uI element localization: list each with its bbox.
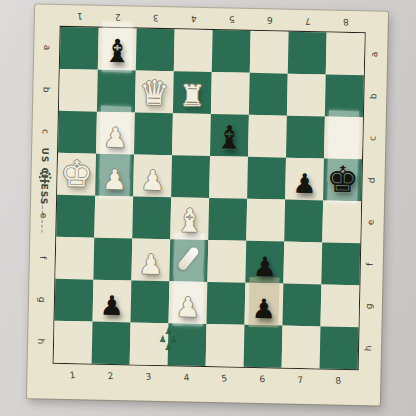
- rank-label-top-5: 5: [225, 13, 240, 26]
- square-c7[interactable]: [286, 116, 325, 159]
- rank-label-bottom-5: 5: [217, 372, 232, 386]
- white-pawn-d3[interactable]: ♟: [133, 166, 172, 194]
- chess-board: ♝♟♛♜♚♟♟♝♝♟♚♟♟♟♟♟: [54, 27, 365, 369]
- square-g8[interactable]: [320, 284, 359, 327]
- file-label-right-c: c: [366, 131, 378, 145]
- file-label-right-d: d: [365, 173, 377, 187]
- square-b5[interactable]: [211, 72, 250, 115]
- black-pawn-f6[interactable]: ♟: [245, 253, 284, 281]
- square-b1[interactable]: [59, 69, 98, 112]
- us-chess-branding: US CHESS: [31, 142, 57, 252]
- white-king-d1[interactable]: ♚: [57, 156, 96, 193]
- file-label-left-a: a: [41, 40, 53, 54]
- black-king-d8[interactable]: ♚: [323, 161, 362, 198]
- square-c3[interactable]: [134, 112, 173, 155]
- file-label-right-g: g: [363, 299, 375, 313]
- black-bishop-c5[interactable]: ♝: [210, 121, 249, 154]
- square-e7[interactable]: [284, 200, 323, 243]
- vinyl-chess-mat: ♝♟♛♜♚♟♟♝♝♟♚♟♟♟♟♟ US CHESS ♟♟ ♟♟ 11223344…: [27, 4, 388, 405]
- rank-label-top-7: 7: [300, 15, 315, 28]
- rank-label-bottom-6: 6: [255, 372, 270, 386]
- file-label-left-b: b: [40, 82, 52, 96]
- square-c1[interactable]: [58, 111, 97, 154]
- square-h5[interactable]: [206, 324, 245, 367]
- square-d6[interactable]: [247, 157, 286, 200]
- rank-label-top-3: 3: [149, 11, 164, 24]
- rank-label-top-2: 2: [111, 11, 126, 24]
- square-a7[interactable]: [288, 32, 327, 75]
- file-label-left-g: g: [36, 292, 48, 306]
- square-g3[interactable]: [131, 280, 170, 323]
- rank-label-bottom-1: 1: [65, 368, 80, 382]
- black-pawn-g2[interactable]: ♟: [93, 292, 132, 320]
- black-pawn-d7[interactable]: ♟: [285, 170, 324, 198]
- rank-label-top-6: 6: [263, 14, 278, 27]
- white-pawn-g4[interactable]: ♟: [169, 293, 208, 321]
- square-e2[interactable]: [94, 196, 133, 239]
- square-h7[interactable]: [282, 326, 321, 369]
- white-pawn-d2[interactable]: ♟: [95, 166, 134, 194]
- square-e6[interactable]: [246, 199, 285, 242]
- square-e8[interactable]: [322, 200, 361, 243]
- rank-label-bottom-7: 7: [293, 373, 308, 387]
- white-pawn-c2[interactable]: ♟: [96, 124, 135, 152]
- file-label-right-e: e: [365, 215, 377, 229]
- rank-label-top-4: 4: [187, 12, 202, 25]
- square-a3[interactable]: [136, 28, 175, 71]
- black-bishop-a2[interactable]: ♝: [98, 35, 137, 68]
- rank-label-top-1: 1: [73, 10, 88, 23]
- square-h2[interactable]: [92, 322, 131, 365]
- square-f1[interactable]: [55, 237, 94, 280]
- square-d5[interactable]: [209, 156, 248, 199]
- square-h6[interactable]: [244, 325, 283, 368]
- square-g5[interactable]: [207, 282, 246, 325]
- file-label-right-a: a: [368, 47, 380, 61]
- file-label-left-e: e: [38, 208, 50, 222]
- rank-label-bottom-4: 4: [179, 371, 194, 385]
- square-f7[interactable]: [283, 242, 322, 285]
- square-h8[interactable]: [320, 326, 359, 369]
- square-e5[interactable]: [208, 198, 247, 241]
- rank-label-bottom-8: 8: [331, 374, 346, 388]
- square-h1[interactable]: [54, 321, 93, 364]
- square-c4[interactable]: [172, 113, 211, 156]
- rank-label-top-8: 8: [338, 15, 353, 28]
- square-b2[interactable]: [97, 70, 136, 113]
- square-a5[interactable]: [212, 30, 251, 73]
- file-label-left-c: c: [39, 124, 51, 138]
- square-a4[interactable]: [174, 29, 213, 72]
- file-label-left-f: f: [37, 250, 49, 264]
- square-f8[interactable]: [321, 242, 360, 285]
- square-g1[interactable]: [55, 279, 94, 322]
- file-label-right-h: h: [362, 341, 374, 355]
- white-queen-b3[interactable]: ♛: [135, 75, 174, 110]
- file-label-right-f: f: [364, 257, 376, 271]
- square-a6[interactable]: [250, 31, 289, 74]
- square-a8[interactable]: [326, 32, 365, 75]
- file-label-right-b: b: [367, 89, 379, 103]
- square-f5[interactable]: [207, 240, 246, 283]
- square-e3[interactable]: [132, 196, 171, 239]
- square-e1[interactable]: [56, 195, 95, 238]
- white-rook-b4[interactable]: ♜: [173, 81, 212, 111]
- square-f2[interactable]: [93, 238, 132, 281]
- us-chess-pawn-logo: ♟♟ ♟♟: [130, 322, 207, 366]
- square-c6[interactable]: [248, 115, 287, 158]
- rank-label-bottom-3: 3: [141, 370, 156, 384]
- white-pawn-f3[interactable]: ♟: [131, 250, 170, 278]
- square-a1[interactable]: [60, 27, 99, 70]
- square-b8[interactable]: [325, 74, 364, 117]
- white-bishop-e4[interactable]: ♝: [170, 204, 209, 237]
- file-label-left-d: d: [38, 166, 50, 180]
- rank-label-bottom-2: 2: [103, 369, 118, 383]
- square-d4[interactable]: [171, 155, 210, 198]
- square-g7[interactable]: [282, 284, 321, 327]
- square-c8[interactable]: [324, 116, 363, 159]
- file-label-left-h: h: [35, 334, 47, 348]
- black-pawn-g6[interactable]: ♟: [245, 295, 284, 323]
- square-b7[interactable]: [287, 74, 326, 117]
- square-b6[interactable]: [249, 73, 288, 116]
